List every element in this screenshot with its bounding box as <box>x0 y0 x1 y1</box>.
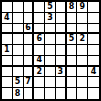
empty-cell-r5c3[interactable] <box>24 45 35 56</box>
empty-cell-r7c2[interactable] <box>13 67 24 78</box>
empty-cell-r1c1[interactable] <box>2 2 13 13</box>
empty-cell-r1c2[interactable] <box>13 2 24 13</box>
given-cell-r4c7: 5 <box>67 34 78 45</box>
empty-cell-r6c5[interactable] <box>45 56 56 67</box>
empty-cell-r8c8[interactable] <box>77 77 88 88</box>
empty-cell-r6c9[interactable] <box>88 56 99 67</box>
empty-cell-r1c9[interactable] <box>88 2 99 13</box>
given-cell-r5c1: 1 <box>2 45 13 56</box>
empty-cell-r1c3[interactable] <box>24 2 35 13</box>
sudoku-board: 58943665214234578 <box>0 0 101 101</box>
empty-cell-r5c2[interactable] <box>13 45 24 56</box>
empty-cell-r6c6[interactable] <box>56 56 67 67</box>
empty-cell-r9c3[interactable] <box>24 88 35 99</box>
empty-cell-r5c8[interactable] <box>77 45 88 56</box>
empty-cell-r2c8[interactable] <box>77 13 88 24</box>
empty-cell-r9c1[interactable] <box>2 88 13 99</box>
empty-cell-r3c1[interactable] <box>2 24 13 35</box>
empty-cell-r7c5[interactable] <box>45 67 56 78</box>
empty-cell-r7c8[interactable] <box>77 67 88 78</box>
empty-cell-r3c6[interactable] <box>56 24 67 35</box>
empty-cell-r5c9[interactable] <box>88 45 99 56</box>
empty-cell-r2c9[interactable] <box>88 13 99 24</box>
empty-cell-r1c4[interactable] <box>34 2 45 13</box>
given-cell-r7c4: 2 <box>34 67 45 78</box>
empty-cell-r9c4[interactable] <box>34 88 45 99</box>
empty-cell-r3c5[interactable] <box>45 24 56 35</box>
empty-cell-r4c2[interactable] <box>13 34 24 45</box>
empty-cell-r3c9[interactable] <box>88 24 99 35</box>
empty-cell-r2c7[interactable] <box>67 13 78 24</box>
given-cell-r9c2: 8 <box>13 88 24 99</box>
empty-cell-r4c1[interactable] <box>2 34 13 45</box>
empty-cell-r8c4[interactable] <box>34 77 45 88</box>
empty-cell-r5c4[interactable] <box>34 45 45 56</box>
empty-cell-r6c2[interactable] <box>13 56 24 67</box>
empty-cell-r8c5[interactable] <box>45 77 56 88</box>
empty-cell-r4c6[interactable] <box>56 34 67 45</box>
empty-cell-r9c8[interactable] <box>77 88 88 99</box>
empty-cell-r2c4[interactable] <box>34 13 45 24</box>
given-cell-r2c1: 4 <box>2 13 13 24</box>
given-cell-r1c5: 5 <box>45 2 56 13</box>
empty-cell-r9c5[interactable] <box>45 88 56 99</box>
given-cell-r1c8: 9 <box>77 2 88 13</box>
empty-cell-r7c3[interactable] <box>24 67 35 78</box>
empty-cell-r4c9[interactable] <box>88 34 99 45</box>
empty-cell-r7c7[interactable] <box>67 67 78 78</box>
given-cell-r8c3: 7 <box>24 77 35 88</box>
empty-cell-r3c8[interactable] <box>77 24 88 35</box>
empty-cell-r3c2[interactable] <box>13 24 24 35</box>
empty-cell-r4c5[interactable] <box>45 34 56 45</box>
empty-cell-r2c6[interactable] <box>56 13 67 24</box>
given-cell-r4c4: 6 <box>34 34 45 45</box>
empty-cell-r8c7[interactable] <box>67 77 78 88</box>
empty-cell-r9c6[interactable] <box>56 88 67 99</box>
given-cell-r3c3: 6 <box>24 24 35 35</box>
empty-cell-r9c7[interactable] <box>67 88 78 99</box>
empty-cell-r1c6[interactable] <box>56 2 67 13</box>
empty-cell-r8c1[interactable] <box>2 77 13 88</box>
empty-cell-r3c4[interactable] <box>34 24 45 35</box>
empty-cell-r5c7[interactable] <box>67 45 78 56</box>
empty-cell-r6c7[interactable] <box>67 56 78 67</box>
empty-cell-r8c9[interactable] <box>88 77 99 88</box>
empty-cell-r2c3[interactable] <box>24 13 35 24</box>
empty-cell-r6c8[interactable] <box>77 56 88 67</box>
empty-cell-r2c2[interactable] <box>13 13 24 24</box>
given-cell-r1c7: 8 <box>67 2 78 13</box>
empty-cell-r6c3[interactable] <box>24 56 35 67</box>
empty-cell-r5c6[interactable] <box>56 45 67 56</box>
empty-cell-r7c1[interactable] <box>2 67 13 78</box>
empty-cell-r4c3[interactable] <box>24 34 35 45</box>
empty-cell-r6c1[interactable] <box>2 56 13 67</box>
sudoku-puzzle: 58943665214234578 <box>0 0 101 101</box>
given-cell-r6c4: 4 <box>34 56 45 67</box>
empty-cell-r9c9[interactable] <box>88 88 99 99</box>
given-cell-r7c9: 4 <box>88 67 99 78</box>
given-cell-r4c8: 2 <box>77 34 88 45</box>
empty-cell-r5c5[interactable] <box>45 45 56 56</box>
empty-cell-r8c6[interactable] <box>56 77 67 88</box>
given-cell-r2c5: 3 <box>45 13 56 24</box>
given-cell-r7c6: 3 <box>56 67 67 78</box>
empty-cell-r3c7[interactable] <box>67 24 78 35</box>
given-cell-r8c2: 5 <box>13 77 24 88</box>
